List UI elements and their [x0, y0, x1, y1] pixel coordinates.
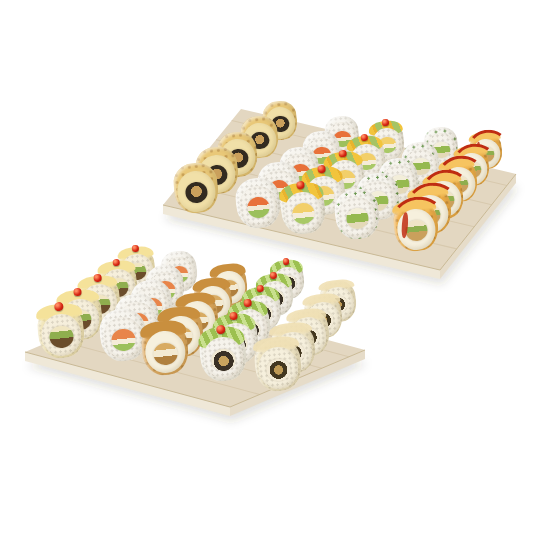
red-gel-dot — [93, 273, 102, 282]
sushi-piece-crunch — [139, 321, 190, 378]
sushi-piece-speck — [252, 337, 303, 394]
sushi-platter-photo — [0, 0, 550, 550]
red-gel-dot — [243, 298, 252, 307]
sushi-piece-tamago — [172, 161, 221, 215]
roll-filling — [345, 207, 370, 230]
red-gel-dot — [131, 245, 138, 252]
sushi-piece-chive-white — [333, 187, 382, 241]
sushi-piece-sauce-orange — [392, 199, 441, 253]
roll-filling — [266, 357, 292, 381]
red-gel-dot — [269, 272, 276, 279]
sushi-piece-mango-avocado — [279, 182, 328, 236]
roll-filling — [111, 327, 137, 351]
roll-filling — [211, 347, 237, 371]
roll-filling — [246, 196, 271, 219]
sushi-piece-cheese-dot — [35, 304, 86, 361]
red-gel-dot — [382, 119, 389, 126]
sushi-piece-avocado-drape — [197, 327, 248, 384]
roll-filling — [49, 324, 75, 348]
roll-filling — [291, 202, 316, 225]
roll-filling — [153, 341, 179, 365]
roll-filling — [184, 181, 209, 204]
sushi-piece-salmon-white — [234, 176, 283, 230]
